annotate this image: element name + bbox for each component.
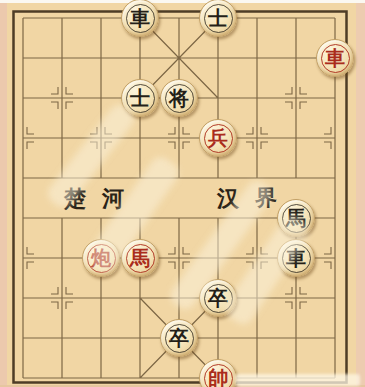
piece-glyph: 炮 [91, 248, 111, 268]
piece-red-horse[interactable]: 馬 [121, 239, 159, 277]
piece-glyph: 兵 [208, 128, 228, 148]
piece-glyph: 馬 [130, 248, 150, 268]
piece-black-advisor[interactable]: 士 [121, 79, 159, 117]
piece-black-soldier[interactable]: 卒 [199, 279, 237, 317]
piece-glyph: 卒 [169, 328, 189, 348]
piece-glyph: 将 [169, 88, 189, 108]
piece-glyph: 馬 [286, 208, 306, 228]
piece-red-general[interactable]: 帥 [199, 359, 237, 387]
piece-glyph: 卒 [208, 288, 228, 308]
piece-glyph: 車 [130, 8, 150, 28]
piece-glyph: 車 [325, 48, 345, 68]
piece-red-chariot[interactable]: 車 [316, 39, 354, 77]
piece-glyph: 帥 [208, 368, 228, 387]
piece-black-soldier[interactable]: 卒 [160, 319, 198, 357]
piece-glyph: 士 [208, 8, 228, 28]
piece-red-cannon[interactable]: 炮 [82, 239, 120, 277]
piece-black-general[interactable]: 将 [160, 79, 198, 117]
board-grid[interactable]: 車士車士将兵馬炮馬車卒卒帥 [4, 0, 355, 387]
piece-red-soldier[interactable]: 兵 [199, 119, 237, 157]
piece-glyph: 士 [130, 88, 150, 108]
xiangqi-board[interactable]: 楚 河 汉 界 車士車士将兵馬炮馬車卒卒帥 [0, 0, 365, 387]
piece-black-chariot[interactable]: 車 [277, 239, 315, 277]
piece-black-advisor[interactable]: 士 [199, 0, 237, 37]
piece-black-chariot[interactable]: 車 [121, 0, 159, 37]
piece-glyph: 車 [286, 248, 306, 268]
piece-black-horse[interactable]: 馬 [277, 199, 315, 237]
